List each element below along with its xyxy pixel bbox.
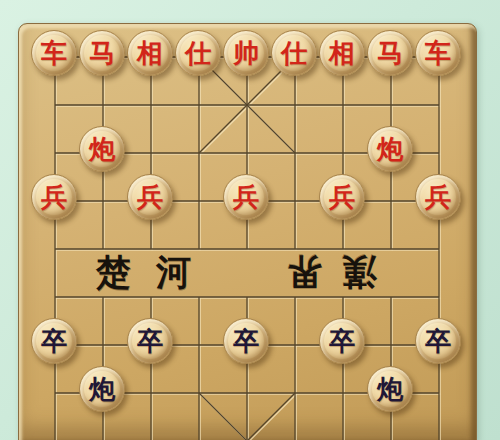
board-point[interactable] xyxy=(271,273,319,321)
piece-glyph: 车 xyxy=(425,40,451,66)
board-point[interactable]: 帅 xyxy=(223,33,271,81)
board-point[interactable] xyxy=(271,225,319,273)
board-point[interactable]: 卒 xyxy=(31,321,79,369)
board-point[interactable] xyxy=(31,225,79,273)
board-point[interactable] xyxy=(367,81,415,129)
board-point[interactable]: 卒 xyxy=(319,321,367,369)
board-point[interactable]: 车 xyxy=(415,33,463,81)
piece-red-horse[interactable]: 马 xyxy=(79,30,125,76)
piece-red-soldier[interactable]: 兵 xyxy=(319,174,365,220)
board-point[interactable] xyxy=(175,417,223,440)
piece-red-soldier[interactable]: 兵 xyxy=(127,174,173,220)
piece-black-soldier[interactable]: 卒 xyxy=(127,318,173,364)
board-point[interactable]: 相 xyxy=(319,33,367,81)
board-point[interactable] xyxy=(415,225,463,273)
piece-glyph: 仕 xyxy=(185,40,211,66)
board-point[interactable] xyxy=(31,369,79,417)
board-point[interactable] xyxy=(31,417,79,440)
piece-red-general[interactable]: 帅 xyxy=(223,30,269,76)
board-point[interactable]: 炮 xyxy=(79,369,127,417)
piece-red-chariot[interactable]: 车 xyxy=(415,30,461,76)
board-point[interactable]: 卒 xyxy=(223,321,271,369)
board-point[interactable] xyxy=(79,273,127,321)
board-point[interactable] xyxy=(415,129,463,177)
piece-glyph: 仕 xyxy=(281,40,307,66)
piece-glyph: 马 xyxy=(89,40,115,66)
piece-black-soldier[interactable]: 卒 xyxy=(415,318,461,364)
board-point[interactable] xyxy=(367,273,415,321)
piece-red-cannon[interactable]: 炮 xyxy=(367,126,413,172)
board-point[interactable] xyxy=(367,225,415,273)
piece-glyph: 车 xyxy=(41,40,67,66)
piece-glyph: 帅 xyxy=(233,40,259,66)
board-point[interactable] xyxy=(319,129,367,177)
piece-red-advisor[interactable]: 仕 xyxy=(271,30,317,76)
board-point[interactable] xyxy=(127,81,175,129)
board-point[interactable] xyxy=(127,369,175,417)
board-point[interactable]: 兵 xyxy=(415,177,463,225)
piece-black-cannon[interactable]: 炮 xyxy=(367,366,413,412)
piece-red-advisor[interactable]: 仕 xyxy=(175,30,221,76)
piece-glyph: 炮 xyxy=(89,136,115,162)
board-point[interactable]: 仕 xyxy=(175,33,223,81)
board-point[interactable] xyxy=(79,417,127,440)
board-point[interactable] xyxy=(367,417,415,440)
board-point[interactable] xyxy=(271,369,319,417)
board-point[interactable] xyxy=(127,225,175,273)
board-point[interactable] xyxy=(271,81,319,129)
board-point[interactable] xyxy=(319,369,367,417)
board-point[interactable] xyxy=(31,81,79,129)
piece-black-cannon[interactable]: 炮 xyxy=(79,366,125,412)
piece-glyph: 卒 xyxy=(425,328,451,354)
board-point[interactable]: 卒 xyxy=(127,321,175,369)
piece-red-soldier[interactable]: 兵 xyxy=(31,174,77,220)
piece-glyph: 相 xyxy=(329,40,355,66)
board-point[interactable] xyxy=(79,225,127,273)
board-point[interactable] xyxy=(271,321,319,369)
board-point[interactable]: 兵 xyxy=(319,177,367,225)
piece-red-cannon[interactable]: 炮 xyxy=(79,126,125,172)
board-point[interactable] xyxy=(415,417,463,440)
board-point[interactable] xyxy=(127,417,175,440)
board-point[interactable] xyxy=(271,177,319,225)
board-point[interactable]: 卒 xyxy=(415,321,463,369)
board-point[interactable] xyxy=(31,273,79,321)
screenshot-stage: 楚河 漢界 车马相仕帅仕相马车炮炮兵兵兵兵兵卒卒卒卒卒炮炮 xyxy=(0,0,500,440)
piece-glyph: 卒 xyxy=(233,328,259,354)
piece-glyph: 炮 xyxy=(89,376,115,402)
piece-black-soldier[interactable]: 卒 xyxy=(223,318,269,364)
board-point[interactable] xyxy=(79,321,127,369)
board-grid: 车马相仕帅仕相马车炮炮兵兵兵兵兵卒卒卒卒卒炮炮 xyxy=(31,33,463,440)
piece-glyph: 兵 xyxy=(329,184,355,210)
board-point[interactable] xyxy=(79,81,127,129)
board-point[interactable] xyxy=(79,177,127,225)
board-point[interactable]: 炮 xyxy=(367,129,415,177)
board-point[interactable] xyxy=(367,177,415,225)
board-point[interactable] xyxy=(319,417,367,440)
board-point[interactable] xyxy=(175,81,223,129)
board-point[interactable] xyxy=(31,129,79,177)
piece-glyph: 炮 xyxy=(377,376,403,402)
board-point[interactable]: 马 xyxy=(367,33,415,81)
piece-glyph: 兵 xyxy=(425,184,451,210)
board-point[interactable] xyxy=(271,129,319,177)
piece-glyph: 炮 xyxy=(377,136,403,162)
board-point[interactable] xyxy=(223,273,271,321)
board-point[interactable] xyxy=(175,369,223,417)
piece-glyph: 卒 xyxy=(41,328,67,354)
board-point[interactable]: 仕 xyxy=(271,33,319,81)
board-point[interactable] xyxy=(415,369,463,417)
piece-glyph: 兵 xyxy=(233,184,259,210)
board-point[interactable]: 马 xyxy=(79,33,127,81)
board-point[interactable]: 炮 xyxy=(367,369,415,417)
board-point[interactable] xyxy=(175,177,223,225)
piece-glyph: 兵 xyxy=(41,184,67,210)
board-point[interactable] xyxy=(223,225,271,273)
board-point[interactable] xyxy=(319,225,367,273)
board-point[interactable]: 兵 xyxy=(127,177,175,225)
board-point[interactable]: 兵 xyxy=(31,177,79,225)
piece-black-soldier[interactable]: 卒 xyxy=(31,318,77,364)
board-point[interactable] xyxy=(175,129,223,177)
board-point[interactable] xyxy=(271,417,319,440)
board-point[interactable] xyxy=(367,321,415,369)
piece-red-soldier[interactable]: 兵 xyxy=(415,174,461,220)
board-point[interactable] xyxy=(223,417,271,440)
piece-glyph: 卒 xyxy=(137,328,163,354)
piece-red-horse[interactable]: 马 xyxy=(367,30,413,76)
board-point[interactable] xyxy=(175,225,223,273)
board-point[interactable]: 相 xyxy=(127,33,175,81)
piece-glyph: 卒 xyxy=(329,328,355,354)
piece-red-soldier[interactable]: 兵 xyxy=(223,174,269,220)
board-point[interactable]: 兵 xyxy=(223,177,271,225)
board-point[interactable] xyxy=(127,129,175,177)
board-point[interactable] xyxy=(223,81,271,129)
board-point[interactable] xyxy=(415,273,463,321)
piece-glyph: 马 xyxy=(377,40,403,66)
board-point[interactable] xyxy=(127,273,175,321)
piece-glyph: 兵 xyxy=(137,184,163,210)
board-point[interactable]: 炮 xyxy=(79,129,127,177)
piece-red-elephant[interactable]: 相 xyxy=(319,30,365,76)
board-point[interactable] xyxy=(319,273,367,321)
piece-black-soldier[interactable]: 卒 xyxy=(319,318,365,364)
board-point[interactable] xyxy=(223,129,271,177)
piece-glyph: 相 xyxy=(137,40,163,66)
board-point[interactable] xyxy=(415,81,463,129)
piece-red-elephant[interactable]: 相 xyxy=(127,30,173,76)
board-point[interactable]: 车 xyxy=(31,33,79,81)
board-point[interactable] xyxy=(175,321,223,369)
board-point[interactable] xyxy=(223,369,271,417)
piece-red-chariot[interactable]: 车 xyxy=(31,30,77,76)
board-point[interactable] xyxy=(319,81,367,129)
board-point[interactable] xyxy=(175,273,223,321)
